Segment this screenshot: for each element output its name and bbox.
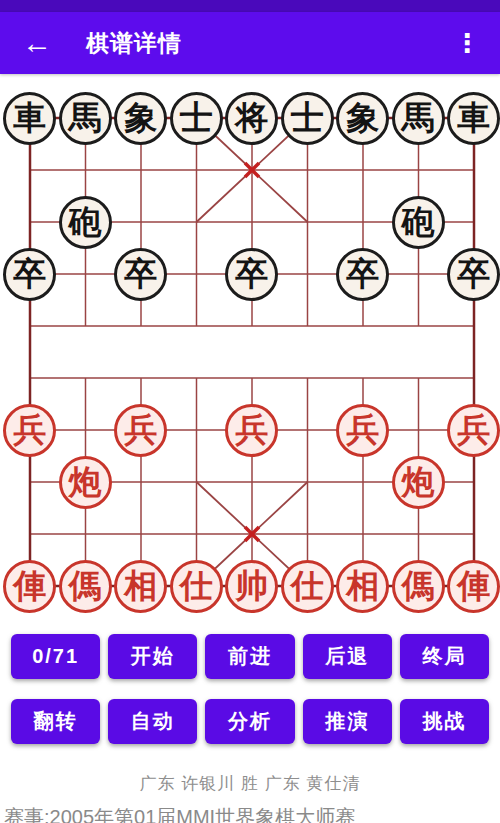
piece-rA[interactable]: 仕 — [170, 560, 223, 613]
board-point: 仕 — [280, 560, 336, 612]
board-point: 馬 — [58, 92, 114, 144]
board-point — [335, 196, 391, 248]
board-point — [113, 196, 169, 248]
board-point: 炮 — [391, 456, 447, 508]
board-point — [280, 352, 336, 404]
board-point: 傌 — [391, 560, 447, 612]
board-point — [2, 144, 58, 196]
board-point — [58, 248, 114, 300]
board-point: 卒 — [335, 248, 391, 300]
start-button[interactable]: 开始 — [108, 634, 197, 679]
piece-rN[interactable]: 傌 — [392, 560, 445, 613]
board-point — [280, 196, 336, 248]
app-bar: ← 棋谱详情 ⋮ — [0, 12, 500, 74]
piece-rP[interactable]: 兵 — [3, 404, 56, 457]
board-point: 仕 — [169, 560, 225, 612]
overflow-menu-icon[interactable]: ⋮ — [454, 30, 480, 56]
piece-rB[interactable]: 相 — [114, 560, 167, 613]
back-arrow-icon[interactable]: ← — [22, 28, 52, 58]
board-point — [2, 508, 58, 560]
piece-bA[interactable]: 士 — [170, 92, 223, 145]
board-point: 兵 — [224, 404, 280, 456]
piece-bP[interactable]: 卒 — [447, 248, 500, 301]
piece-rP[interactable]: 兵 — [447, 404, 500, 457]
board-point — [391, 248, 447, 300]
piece-rP[interactable]: 兵 — [336, 404, 389, 457]
board-point: 卒 — [446, 248, 500, 300]
board-point — [2, 300, 58, 352]
board-point — [446, 196, 500, 248]
board-point — [280, 404, 336, 456]
board-point — [335, 456, 391, 508]
board-point: 士 — [280, 92, 336, 144]
piece-bP[interactable]: 卒 — [114, 248, 167, 301]
back-button[interactable]: 后退 — [303, 634, 392, 679]
piece-bB[interactable]: 象 — [114, 92, 167, 145]
piece-bP[interactable]: 卒 — [336, 248, 389, 301]
board-point — [335, 144, 391, 196]
board-point: 士 — [169, 92, 225, 144]
board-point: 象 — [113, 92, 169, 144]
piece-rR[interactable]: 俥 — [3, 560, 56, 613]
piece-rP[interactable]: 兵 — [114, 404, 167, 457]
board-point — [280, 300, 336, 352]
piece-rP[interactable]: 兵 — [225, 404, 278, 457]
status-bar — [0, 0, 500, 12]
board-point — [391, 508, 447, 560]
board-point — [335, 300, 391, 352]
board-point — [280, 248, 336, 300]
board-point — [391, 352, 447, 404]
piece-bB[interactable]: 象 — [336, 92, 389, 145]
piece-bC[interactable]: 砲 — [59, 196, 112, 249]
piece-bN[interactable]: 馬 — [392, 92, 445, 145]
game-result-text: 广东 许银川 胜 广东 黄仕清 — [0, 772, 500, 795]
board-point — [113, 456, 169, 508]
xiangqi-board[interactable]: 車馬象士将士象馬車砲砲卒卒卒卒卒兵兵兵兵兵炮炮俥傌相仕帅仕相傌俥 — [0, 88, 500, 628]
board-point: 卒 — [2, 248, 58, 300]
board-point: 傌 — [58, 560, 114, 612]
board-point — [224, 144, 280, 196]
board-point — [224, 352, 280, 404]
board-point: 帅 — [224, 560, 280, 612]
analyze-button[interactable]: 分析 — [205, 699, 294, 744]
board-point: 砲 — [391, 196, 447, 248]
board-point: 相 — [335, 560, 391, 612]
piece-bP[interactable]: 卒 — [3, 248, 56, 301]
simulate-button[interactable]: 推演 — [303, 699, 392, 744]
board-point: 将 — [224, 92, 280, 144]
flip-button[interactable]: 翻转 — [11, 699, 100, 744]
board-point — [113, 144, 169, 196]
board-point: 兵 — [446, 404, 500, 456]
board-point — [113, 300, 169, 352]
board-point — [169, 300, 225, 352]
board-point — [446, 300, 500, 352]
board-point — [280, 508, 336, 560]
board-point — [224, 300, 280, 352]
piece-rN[interactable]: 傌 — [59, 560, 112, 613]
board-point — [58, 144, 114, 196]
board-point — [391, 404, 447, 456]
board-point — [280, 456, 336, 508]
board-point — [224, 508, 280, 560]
piece-bK[interactable]: 将 — [225, 92, 278, 145]
board-point: 相 — [113, 560, 169, 612]
move-counter-button[interactable]: 0/71 — [11, 634, 100, 679]
board-point — [391, 144, 447, 196]
board-point — [113, 508, 169, 560]
board-point: 炮 — [58, 456, 114, 508]
board-point — [113, 352, 169, 404]
board-point — [169, 144, 225, 196]
board-point — [2, 456, 58, 508]
end-button[interactable]: 终局 — [400, 634, 489, 679]
board-point: 兵 — [335, 404, 391, 456]
board-point — [280, 144, 336, 196]
board-point — [335, 508, 391, 560]
board-point — [335, 352, 391, 404]
board-point — [446, 144, 500, 196]
board-point — [169, 404, 225, 456]
controls-row-1: 0/71 开始 前进 后退 终局 — [0, 634, 500, 679]
board-point — [58, 404, 114, 456]
board-point — [169, 248, 225, 300]
board-point — [224, 456, 280, 508]
board-point — [169, 508, 225, 560]
piece-rA[interactable]: 仕 — [281, 560, 334, 613]
board-point: 馬 — [391, 92, 447, 144]
board-point: 車 — [446, 92, 500, 144]
auto-button[interactable]: 自动 — [108, 699, 197, 744]
board-point: 俥 — [2, 560, 58, 612]
piece-rC[interactable]: 炮 — [392, 456, 445, 509]
board-point: 兵 — [2, 404, 58, 456]
piece-bP[interactable]: 卒 — [225, 248, 278, 301]
board-point — [446, 352, 500, 404]
board-point — [58, 352, 114, 404]
board-point: 兵 — [113, 404, 169, 456]
piece-rR[interactable]: 俥 — [447, 560, 500, 613]
forward-button[interactable]: 前进 — [205, 634, 294, 679]
page-title: 棋谱详情 — [86, 28, 182, 59]
board-point: 砲 — [58, 196, 114, 248]
board-point — [224, 196, 280, 248]
board-point — [391, 300, 447, 352]
controls-row-2: 翻转 自动 分析 推演 挑战 — [0, 699, 500, 744]
event-text: 赛事:2005年第01届MMI世界象棋大师赛 — [0, 804, 500, 823]
challenge-button[interactable]: 挑战 — [400, 699, 489, 744]
board-point — [169, 456, 225, 508]
board-point: 象 — [335, 92, 391, 144]
piece-bC[interactable]: 砲 — [392, 196, 445, 249]
board-point — [446, 456, 500, 508]
board-point: 卒 — [224, 248, 280, 300]
board-point — [2, 196, 58, 248]
board-point: 俥 — [446, 560, 500, 612]
piece-rB[interactable]: 相 — [336, 560, 389, 613]
board-point — [169, 352, 225, 404]
board-point — [58, 508, 114, 560]
board-point — [2, 352, 58, 404]
board-point — [446, 508, 500, 560]
board-point: 卒 — [113, 248, 169, 300]
board-point — [58, 300, 114, 352]
piece-bR[interactable]: 車 — [447, 92, 500, 145]
piece-rC[interactable]: 炮 — [59, 456, 112, 509]
board-point — [169, 196, 225, 248]
piece-bR[interactable]: 車 — [3, 92, 56, 145]
piece-bA[interactable]: 士 — [281, 92, 334, 145]
board-point: 車 — [2, 92, 58, 144]
piece-bN[interactable]: 馬 — [59, 92, 112, 145]
piece-grid: 車馬象士将士象馬車砲砲卒卒卒卒卒兵兵兵兵兵炮炮俥傌相仕帅仕相傌俥 — [2, 92, 500, 612]
piece-rK[interactable]: 帅 — [225, 560, 278, 613]
